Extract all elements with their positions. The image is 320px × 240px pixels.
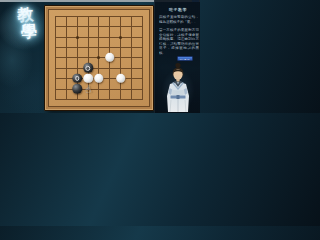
board-cell[interactable]: [61, 32, 72, 42]
board-cell[interactable]: [115, 95, 126, 105]
board-cell[interactable]: [115, 42, 126, 52]
board-cell[interactable]: [104, 32, 115, 42]
black-stone: [72, 74, 82, 84]
board-cell[interactable]: [137, 32, 148, 42]
board-cell[interactable]: [83, 95, 94, 105]
tutorial-paragraph-2: 當一方棋子的氣被對方完全佔據時，該棋子便會被提離棋盤。現在輪到白方行棋，請點擊指…: [159, 28, 199, 56]
board-cell[interactable]: [126, 32, 137, 42]
board-cell[interactable]: [137, 63, 148, 73]
board-cell[interactable]: [126, 42, 137, 52]
board-cell[interactable]: [50, 74, 61, 84]
board-cell[interactable]: [94, 84, 105, 94]
board-cell[interactable]: [94, 63, 105, 73]
star-point: [76, 36, 79, 39]
hand-cursor-icon: ☝: [84, 85, 92, 96]
board-cell[interactable]: [104, 74, 115, 84]
board-cell[interactable]: [115, 32, 126, 42]
board-cell[interactable]: [50, 11, 61, 21]
calligraphy-title: 教 學: [10, 6, 42, 41]
board-cell[interactable]: [104, 42, 115, 52]
board-cell[interactable]: [83, 32, 94, 42]
board-cell[interactable]: [137, 42, 148, 52]
board-cell[interactable]: [72, 21, 83, 31]
board-cell[interactable]: [126, 53, 137, 63]
board-cell[interactable]: [50, 42, 61, 52]
board-cell[interactable]: [104, 21, 115, 31]
board-cell[interactable]: [115, 74, 126, 84]
board-cell[interactable]: [115, 84, 126, 94]
board-cell[interactable]: [115, 11, 126, 21]
board-cell[interactable]: [72, 32, 83, 42]
board-cell[interactable]: [72, 42, 83, 52]
character-portrait: [157, 62, 199, 113]
board-cell[interactable]: [126, 63, 137, 73]
board-cell[interactable]: [61, 95, 72, 105]
board-cell[interactable]: [50, 95, 61, 105]
board-cell[interactable]: [50, 63, 61, 73]
board-cell[interactable]: [94, 32, 105, 42]
board-cell[interactable]: [137, 53, 148, 63]
board-cell[interactable]: [61, 84, 72, 94]
board-cell[interactable]: [61, 74, 72, 84]
board-cell[interactable]: [94, 11, 105, 21]
star-point: [119, 36, 122, 39]
board-cell[interactable]: [61, 63, 72, 73]
board-cell[interactable]: [83, 53, 94, 63]
board-cell[interactable]: [137, 84, 148, 94]
board-cell[interactable]: [104, 63, 115, 73]
board-cell[interactable]: [94, 74, 105, 84]
board-cell[interactable]: [61, 21, 72, 31]
star-point: [97, 56, 100, 59]
board-cell[interactable]: [115, 21, 126, 31]
board-cell[interactable]: [72, 95, 83, 105]
go-board: ☝: [44, 5, 154, 111]
board-cell[interactable]: [104, 11, 115, 21]
board-cell[interactable]: [94, 42, 105, 52]
board-cell[interactable]: [137, 74, 148, 84]
board-cell[interactable]: [83, 11, 94, 21]
board-cell[interactable]: [72, 63, 83, 73]
board-cell[interactable]: [126, 74, 137, 84]
board-cell[interactable]: [94, 21, 105, 31]
board-cell[interactable]: [94, 53, 105, 63]
tutorial-title-wrap: 吃子教學: [155, 7, 200, 13]
board-cell[interactable]: [137, 95, 148, 105]
board-cell[interactable]: [83, 42, 94, 52]
board-cell[interactable]: [61, 11, 72, 21]
board-cell[interactable]: [61, 42, 72, 52]
board-cell[interactable]: [50, 21, 61, 31]
black-stone: [72, 84, 82, 94]
calligraphy-char-2: 學: [21, 23, 38, 41]
white-stone: [94, 74, 104, 84]
white-stone: [105, 53, 115, 63]
board-cell[interactable]: [126, 95, 137, 105]
white-stone: [116, 74, 126, 84]
black-stone: [83, 63, 93, 73]
board-cell[interactable]: [115, 53, 126, 63]
board-cell[interactable]: [72, 53, 83, 63]
board-cell[interactable]: [61, 53, 72, 63]
board-cell[interactable]: [115, 63, 126, 73]
board-cell[interactable]: [83, 21, 94, 31]
board-cell[interactable]: [104, 84, 115, 94]
white-stone: [83, 74, 93, 84]
game-screen: { "window": { "top_bar_color": "#98a2a8"…: [0, 0, 200, 113]
board-cell[interactable]: [126, 84, 137, 94]
tutorial-paragraph-1: 與棋子直線緊鄰的空點，稱為這顆棋子的「氣」。: [159, 15, 199, 24]
board-cell[interactable]: [137, 11, 148, 21]
portrait-glow: [153, 58, 200, 113]
board-cell[interactable]: [72, 11, 83, 21]
board-cell[interactable]: [83, 63, 94, 73]
board-cell[interactable]: [72, 74, 83, 84]
board-cell[interactable]: [104, 53, 115, 63]
board-cell[interactable]: [126, 11, 137, 21]
go-board-surface: ☝: [48, 9, 150, 107]
board-cell[interactable]: [104, 95, 115, 105]
board-cell[interactable]: [50, 32, 61, 42]
tutorial-title: 吃子教學: [155, 7, 200, 13]
board-cell[interactable]: [50, 53, 61, 63]
board-cell[interactable]: [94, 95, 105, 105]
go-board-grid: ☝: [50, 11, 148, 105]
board-cell[interactable]: [72, 84, 83, 94]
board-cell[interactable]: [50, 84, 61, 94]
board-cell[interactable]: ☝: [83, 84, 94, 94]
board-cell[interactable]: [126, 21, 137, 31]
board-cell[interactable]: [137, 21, 148, 31]
